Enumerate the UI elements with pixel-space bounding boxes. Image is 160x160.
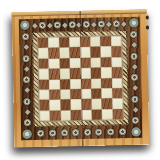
square-f4[interactable] xyxy=(91,78,102,89)
square-c2[interactable] xyxy=(60,99,71,110)
square-b4[interactable] xyxy=(49,79,60,90)
diamond-inlay-icon xyxy=(132,107,138,113)
diamond-inlay-icon xyxy=(23,45,29,51)
circle-inlay-icon xyxy=(49,130,56,137)
square-a6[interactable] xyxy=(39,58,50,69)
square-g1[interactable] xyxy=(102,109,113,120)
square-a3[interactable] xyxy=(39,90,50,101)
square-h6[interactable] xyxy=(111,57,122,68)
square-c4[interactable] xyxy=(60,79,71,90)
diamond-inlay-icon xyxy=(121,21,127,27)
square-g2[interactable] xyxy=(102,99,113,110)
square-b5[interactable] xyxy=(49,69,60,80)
square-c5[interactable] xyxy=(60,68,71,79)
circle-inlay-icon xyxy=(22,55,29,62)
circle-inlay-icon xyxy=(84,129,91,136)
square-c7[interactable] xyxy=(59,48,70,59)
diamond-inlay-icon xyxy=(24,88,30,94)
circle-inlay-icon xyxy=(119,128,126,135)
square-a7[interactable] xyxy=(38,48,49,59)
square-h2[interactable] xyxy=(112,98,123,109)
square-d1[interactable] xyxy=(71,110,82,121)
square-a4[interactable] xyxy=(39,79,50,90)
square-d3[interactable] xyxy=(70,89,81,100)
diamond-inlay-icon xyxy=(91,21,97,27)
chess-board xyxy=(12,10,150,148)
hinge-knob-icon xyxy=(146,16,149,20)
circle-inlay-icon xyxy=(72,129,79,136)
circle-inlay-icon xyxy=(107,128,114,135)
circle-inlay-icon xyxy=(68,21,75,28)
photo-background: { "game": "chess", "scene": "Overhead ph… xyxy=(0,0,160,160)
square-c8[interactable] xyxy=(59,37,70,48)
diamond-inlay-icon xyxy=(47,22,53,28)
circle-inlay-icon xyxy=(113,20,120,27)
square-a8[interactable] xyxy=(38,38,49,49)
square-b7[interactable] xyxy=(49,48,60,59)
circle-inlay-icon xyxy=(131,95,138,102)
square-e7[interactable] xyxy=(80,47,91,58)
square-f2[interactable] xyxy=(91,99,102,110)
square-a1[interactable] xyxy=(40,110,51,121)
square-h4[interactable] xyxy=(112,78,123,89)
square-b6[interactable] xyxy=(49,58,60,69)
square-e5[interactable] xyxy=(80,68,91,79)
square-g4[interactable] xyxy=(101,78,112,89)
corner-rosette-icon xyxy=(129,18,139,28)
square-d7[interactable] xyxy=(69,47,80,58)
square-e8[interactable] xyxy=(80,37,91,48)
circle-inlay-icon xyxy=(22,33,29,40)
square-c3[interactable] xyxy=(60,89,71,100)
square-a5[interactable] xyxy=(39,69,50,80)
square-g3[interactable] xyxy=(101,88,112,99)
circle-inlay-icon xyxy=(61,129,68,136)
corner-rosette-icon xyxy=(20,20,30,30)
diamond-inlay-icon xyxy=(23,66,29,72)
circle-inlay-icon xyxy=(132,117,139,124)
square-b2[interactable] xyxy=(50,100,61,111)
circle-inlay-icon xyxy=(130,52,137,59)
square-g8[interactable] xyxy=(100,36,111,47)
square-b8[interactable] xyxy=(49,37,60,48)
square-f8[interactable] xyxy=(90,37,101,48)
square-f3[interactable] xyxy=(91,88,102,99)
square-c1[interactable] xyxy=(60,110,71,121)
circle-inlay-icon xyxy=(24,119,31,126)
diamond-inlay-icon xyxy=(131,42,137,48)
square-e4[interactable] xyxy=(81,78,92,89)
diamond-inlay-icon xyxy=(131,64,137,70)
square-e2[interactable] xyxy=(81,99,92,110)
inlay-strip-right xyxy=(129,31,140,124)
square-d8[interactable] xyxy=(69,37,80,48)
hinge-knob-icon xyxy=(146,26,149,30)
square-b1[interactable] xyxy=(50,110,61,121)
diamond-inlay-icon xyxy=(106,21,112,27)
square-e6[interactable] xyxy=(80,58,91,69)
square-e1[interactable] xyxy=(81,109,92,120)
circle-inlay-icon xyxy=(23,76,30,83)
square-f1[interactable] xyxy=(92,109,103,120)
circle-inlay-icon xyxy=(23,98,30,105)
square-g5[interactable] xyxy=(101,67,112,78)
square-f6[interactable] xyxy=(90,57,101,68)
square-f5[interactable] xyxy=(91,68,102,79)
circle-inlay-icon xyxy=(39,22,46,29)
circle-inlay-icon xyxy=(98,20,105,27)
square-d4[interactable] xyxy=(70,79,81,90)
circle-inlay-icon xyxy=(130,31,137,38)
square-f7[interactable] xyxy=(90,47,101,58)
square-h8[interactable] xyxy=(111,36,122,47)
diamond-inlay-icon xyxy=(32,23,38,29)
diamond-inlay-icon xyxy=(24,109,30,115)
square-g7[interactable] xyxy=(101,47,112,58)
square-c6[interactable] xyxy=(59,58,70,69)
diamond-inlay-icon xyxy=(132,85,138,91)
corner-rosette-icon xyxy=(131,127,141,137)
square-g6[interactable] xyxy=(101,57,112,68)
square-d2[interactable] xyxy=(71,99,82,110)
square-e3[interactable] xyxy=(81,89,92,100)
circle-inlay-icon xyxy=(54,21,61,28)
circle-inlay-icon xyxy=(95,129,102,136)
square-a2[interactable] xyxy=(39,100,50,111)
square-h1[interactable] xyxy=(112,109,123,120)
circle-inlay-icon xyxy=(83,21,90,28)
square-h7[interactable] xyxy=(111,47,122,58)
circle-inlay-icon xyxy=(131,74,138,81)
corner-rosette-icon xyxy=(22,129,32,139)
diamond-inlay-icon xyxy=(62,22,68,28)
circle-inlay-icon xyxy=(37,130,44,137)
square-d5[interactable] xyxy=(70,68,81,79)
square-b3[interactable] xyxy=(50,89,61,100)
inlay-strip-left xyxy=(21,33,32,126)
square-h5[interactable] xyxy=(111,67,122,78)
square-d6[interactable] xyxy=(70,58,81,69)
square-h3[interactable] xyxy=(112,88,123,99)
